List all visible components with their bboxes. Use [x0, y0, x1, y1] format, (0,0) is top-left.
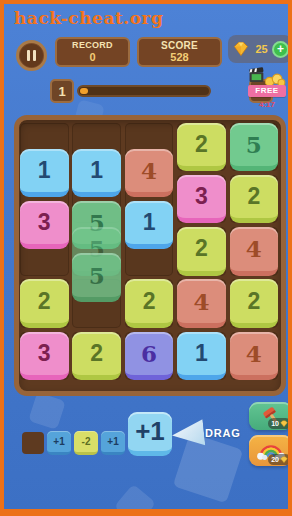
add-gems-button[interactable]: +: [272, 41, 289, 58]
decor-square: [28, 392, 66, 430]
decor-square: [114, 484, 156, 516]
diamond-icon: [280, 420, 288, 428]
pause-icon: [27, 50, 30, 61]
queue-tile: +1: [101, 431, 125, 455]
hammer-booster-button[interactable]: 10: [249, 402, 292, 430]
booster-cost: 10: [271, 420, 279, 427]
diamond-icon: [280, 456, 288, 464]
drag-arrow-icon: [169, 417, 206, 450]
app-frame: hack-cheat.org RECORD 0 SCORE 528 25 + 1…: [0, 0, 292, 516]
tile-1: 1: [125, 201, 174, 250]
tile-4: 4: [230, 227, 279, 276]
watermark: hack-cheat.org: [14, 8, 163, 28]
booster-cost-badge: 20: [268, 454, 291, 465]
tile-1: 1: [177, 332, 226, 381]
rainbow-booster-button[interactable]: 20: [249, 435, 292, 466]
gem-panel: 25 +: [228, 35, 292, 63]
free-timer: 4:17: [248, 100, 286, 109]
booster-cost: 20: [271, 456, 279, 463]
tile-4: 4: [177, 279, 226, 328]
tile-6: 6: [125, 332, 174, 381]
tile-5: 5: [230, 123, 279, 172]
score-label: SCORE: [161, 40, 198, 51]
tile-2: 2: [125, 279, 174, 328]
drag-hint-label: DRAG: [205, 427, 241, 439]
score-value: 528: [170, 51, 188, 63]
tile-3: 3: [20, 201, 69, 250]
tile-2: 2: [230, 175, 279, 224]
tile-1: 1: [20, 149, 69, 198]
score-panel: SCORE 528: [137, 37, 222, 67]
tile-2: 2: [20, 279, 69, 328]
queue-tile: +1: [47, 431, 71, 455]
free-reward-button[interactable]: FREE: [247, 66, 289, 98]
game-board: 13231555241262324152424: [14, 115, 286, 396]
tile-2: 2: [230, 279, 279, 328]
tile-4: 4: [230, 332, 279, 381]
record-label: RECORD: [72, 41, 113, 51]
tile-3: 3: [177, 175, 226, 224]
free-label: FREE: [248, 85, 286, 97]
pause-button[interactable]: [16, 40, 47, 71]
queue-tile: -2: [74, 431, 98, 455]
level-progress-fill: [80, 88, 88, 94]
tile-1: 1: [72, 149, 121, 198]
current-tile-draggable[interactable]: +1: [128, 412, 172, 456]
booster-cost-badge: 10: [268, 418, 291, 429]
queue-empty-slot: [22, 432, 44, 454]
record-panel: RECORD 0: [55, 37, 130, 67]
tile-3: 3: [20, 332, 69, 381]
tile-5: 5: [72, 253, 121, 302]
record-value: 0: [89, 51, 95, 63]
gem-icon: [231, 40, 251, 58]
gem-count: 25: [251, 43, 272, 55]
level-current: 1: [50, 79, 74, 103]
tile-2: 2: [177, 227, 226, 276]
tile-2: 2: [72, 332, 121, 381]
tile-4: 4: [125, 149, 174, 198]
level-progress-bar: [77, 85, 211, 97]
tile-2: 2: [177, 123, 226, 172]
